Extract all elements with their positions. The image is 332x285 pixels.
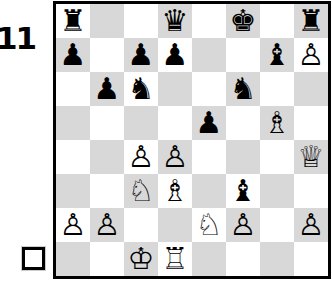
square-g7[interactable]: ♝ [260,38,294,72]
square-g4[interactable] [260,140,294,174]
diagram-number: 11 [0,20,36,56]
square-d6[interactable] [158,72,192,106]
black-rook[interactable]: ♜ [298,4,325,38]
square-b3[interactable] [90,174,124,208]
square-d5[interactable] [158,106,192,140]
square-e8[interactable] [192,4,226,38]
square-d1[interactable]: ♖ [158,242,192,276]
square-c3[interactable]: ♘ [124,174,158,208]
square-f6[interactable]: ♞ [226,72,260,106]
square-d4[interactable]: ♙ [158,140,192,174]
white-king[interactable]: ♔ [128,242,155,276]
white-bishop[interactable]: ♗ [162,174,189,208]
black-bishop[interactable]: ♝ [264,38,291,72]
black-pawn[interactable]: ♟ [94,72,121,106]
black-pawn[interactable]: ♟ [162,38,189,72]
square-c2[interactable] [124,208,158,242]
square-e6[interactable] [192,72,226,106]
square-h3[interactable] [294,174,328,208]
black-knight[interactable]: ♞ [230,72,257,106]
square-b7[interactable] [90,38,124,72]
square-e7[interactable] [192,38,226,72]
square-h1[interactable] [294,242,328,276]
white-rook[interactable]: ♖ [162,242,189,276]
white-pawn[interactable]: ♙ [94,208,121,242]
black-pawn[interactable]: ♟ [128,38,155,72]
square-e1[interactable] [192,242,226,276]
square-a3[interactable] [56,174,90,208]
white-pawn[interactable]: ♙ [128,140,155,174]
square-a7[interactable]: ♟ [56,38,90,72]
black-queen[interactable]: ♛ [162,4,189,38]
square-g8[interactable] [260,4,294,38]
black-pawn[interactable]: ♟ [196,106,223,140]
white-knight[interactable]: ♘ [196,208,223,242]
square-h4[interactable]: ♕ [294,140,328,174]
square-h6[interactable] [294,72,328,106]
square-b1[interactable] [90,242,124,276]
square-f3[interactable]: ♝ [226,174,260,208]
black-pawn[interactable]: ♟ [60,38,87,72]
square-b5[interactable] [90,106,124,140]
black-king[interactable]: ♚ [230,4,257,38]
square-f1[interactable] [226,242,260,276]
square-d8[interactable]: ♛ [158,4,192,38]
square-d3[interactable]: ♗ [158,174,192,208]
white-pawn[interactable]: ♙ [298,208,325,242]
white-queen[interactable]: ♕ [298,140,325,174]
square-g2[interactable] [260,208,294,242]
white-knight[interactable]: ♘ [128,174,155,208]
square-b8[interactable] [90,4,124,38]
square-a5[interactable] [56,106,90,140]
square-g1[interactable] [260,242,294,276]
square-f4[interactable] [226,140,260,174]
square-f5[interactable] [226,106,260,140]
square-e3[interactable] [192,174,226,208]
square-c4[interactable]: ♙ [124,140,158,174]
square-h7[interactable]: ♙ [294,38,328,72]
square-d2[interactable] [158,208,192,242]
chess-board: ♜♛♚♜♟♟♟♝♙♟♞♞♟♗♙♙♕♘♗♝♙♙♘♙♙♔♖ [53,1,331,279]
black-rook[interactable]: ♜ [60,4,87,38]
white-bishop[interactable]: ♗ [264,106,291,140]
square-f8[interactable]: ♚ [226,4,260,38]
square-h5[interactable] [294,106,328,140]
white-pawn[interactable]: ♙ [230,208,257,242]
square-d7[interactable]: ♟ [158,38,192,72]
square-h2[interactable]: ♙ [294,208,328,242]
black-bishop[interactable]: ♝ [230,174,257,208]
square-b4[interactable] [90,140,124,174]
square-a6[interactable] [56,72,90,106]
square-g5[interactable]: ♗ [260,106,294,140]
square-g6[interactable] [260,72,294,106]
square-g3[interactable] [260,174,294,208]
white-pawn[interactable]: ♙ [162,140,189,174]
white-pawn[interactable]: ♙ [60,208,87,242]
square-a1[interactable] [56,242,90,276]
white-to-move-indicator [22,247,45,270]
square-f7[interactable] [226,38,260,72]
square-b2[interactable]: ♙ [90,208,124,242]
square-a4[interactable] [56,140,90,174]
square-c1[interactable]: ♔ [124,242,158,276]
square-f2[interactable]: ♙ [226,208,260,242]
square-e5[interactable]: ♟ [192,106,226,140]
square-b6[interactable]: ♟ [90,72,124,106]
square-c8[interactable] [124,4,158,38]
square-e4[interactable] [192,140,226,174]
square-h8[interactable]: ♜ [294,4,328,38]
square-e2[interactable]: ♘ [192,208,226,242]
square-a2[interactable]: ♙ [56,208,90,242]
square-c6[interactable]: ♞ [124,72,158,106]
square-c5[interactable] [124,106,158,140]
square-a8[interactable]: ♜ [56,4,90,38]
black-knight[interactable]: ♞ [128,72,155,106]
white-pawn[interactable]: ♙ [298,38,325,72]
square-c7[interactable]: ♟ [124,38,158,72]
